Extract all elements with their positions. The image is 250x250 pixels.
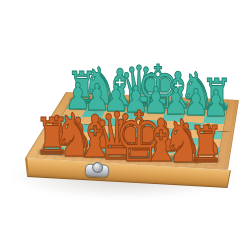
- pieces-layer: ♜♞♝♛♚♝♞♜♟♟♟♟♟♟♟♟♟♟♟♟♟♟♟♟♜♞♝♛♚♝♞♜: [0, 0, 250, 250]
- chess-set-photo: ♜♞♝♛♚♝♞♜♟♟♟♟♟♟♟♟♟♟♟♟♟♟♟♟♜♞♝♛♚♝♞♜: [0, 0, 250, 250]
- piece-orange-rook-h1[interactable]: ♜: [188, 121, 224, 172]
